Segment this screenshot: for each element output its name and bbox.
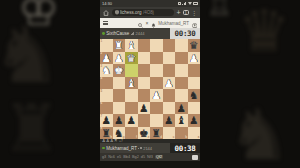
home-icon[interactable] xyxy=(103,10,109,16)
square-h6[interactable]: 6 xyxy=(100,102,113,115)
move-item[interactable]: Nc6 xyxy=(108,155,115,159)
opponent-name[interactable]: SixthCause xyxy=(106,31,129,36)
rank-coordinate: 7 xyxy=(101,115,103,118)
square-c1[interactable] xyxy=(163,39,176,52)
black-pawn-piece: ♟ xyxy=(175,102,188,115)
square-h2[interactable]: ♟2 xyxy=(100,52,113,65)
rank-coordinate: 4 xyxy=(101,77,103,80)
move-list-strip[interactable]: g3Nc6e5Bb4Bg2d5Nf3Qf2 xyxy=(100,153,200,161)
move-item[interactable]: Qf2 xyxy=(155,155,163,159)
rank-coordinate: 3 xyxy=(101,65,103,68)
battery-icon xyxy=(193,2,198,5)
signal-icon xyxy=(138,147,141,150)
player-rating: 2144 xyxy=(143,146,152,151)
square-d6[interactable] xyxy=(150,102,163,115)
square-f6[interactable] xyxy=(125,102,138,115)
opponent-rating: 2444 xyxy=(135,31,144,36)
opponent-player-bar: SixthCause 2444 00:30 xyxy=(100,28,200,39)
backdrop-black-queen-right: ♛ xyxy=(238,2,290,60)
signal-strength-icon xyxy=(182,2,186,6)
header-username[interactable]: Mukhamad_RT xyxy=(158,21,189,26)
square-d8[interactable]: ♜d xyxy=(150,127,163,140)
square-c7[interactable]: ♟ xyxy=(163,114,176,127)
move-item[interactable]: Bb4 xyxy=(123,155,130,159)
black-pawn-piece: ♟ xyxy=(113,114,126,127)
chess-board[interactable]: 1♜♝♛♟2♟♛♟♞3♚4♝♟5♟♞6♟♟♟7♟♟♟♝♟♜8h♞gf♚e♜dcb… xyxy=(100,39,200,139)
rank-coordinate: 1 xyxy=(101,40,103,43)
square-f5[interactable] xyxy=(125,89,138,102)
hamburger-menu-icon[interactable] xyxy=(103,21,108,26)
status-bar: 14:30 xyxy=(100,0,200,7)
square-e8[interactable]: ♚e xyxy=(138,127,151,140)
square-g8[interactable]: ♞g xyxy=(113,127,126,140)
black-queen-piece: ♛ xyxy=(188,39,201,52)
square-h4[interactable]: 4 xyxy=(100,77,113,90)
move-item[interactable]: e5 xyxy=(117,155,121,159)
screenshot-frame: ♔ ♞ ♜ ♛ ♖ ♞ 14:30 lichess.org/4O8j + xyxy=(0,0,300,168)
square-b4[interactable] xyxy=(175,77,188,90)
square-b5[interactable] xyxy=(175,89,188,102)
square-e3[interactable] xyxy=(138,64,151,77)
notification-icon xyxy=(178,2,181,5)
signal-icon xyxy=(131,32,134,35)
site-header: × Mukhamad_RT xyxy=(100,18,200,28)
square-c3[interactable] xyxy=(163,64,176,77)
square-d3[interactable] xyxy=(150,64,163,77)
square-e6[interactable]: ♟ xyxy=(138,102,151,115)
square-g6[interactable] xyxy=(113,102,126,115)
square-h1[interactable]: 1 xyxy=(100,39,113,52)
white-rook-piece: ♜ xyxy=(113,39,126,52)
white-pawn-piece: ♟ xyxy=(163,77,176,90)
square-f4[interactable]: ♝ xyxy=(125,77,138,90)
online-dot xyxy=(102,147,105,150)
black-knight-piece: ♞ xyxy=(188,89,201,102)
white-bishop-piece: ♝ xyxy=(125,39,138,52)
rank-coordinate: 2 xyxy=(101,52,103,55)
square-h8[interactable]: ♜8h xyxy=(100,127,113,140)
square-d2[interactable] xyxy=(150,52,163,65)
status-time: 14:30 xyxy=(102,1,112,6)
backdrop-black-rook-left: ♜ xyxy=(2,96,61,162)
square-g4[interactable] xyxy=(113,77,126,90)
square-e7[interactable] xyxy=(138,114,151,127)
square-g1[interactable]: ♜ xyxy=(113,39,126,52)
square-b8[interactable]: b xyxy=(175,127,188,140)
backdrop-black-knight-left: ♞ xyxy=(0,16,62,94)
square-a8[interactable]: a xyxy=(188,127,201,140)
white-pawn-piece: ♟ xyxy=(150,89,163,102)
square-h7[interactable]: ♟7 xyxy=(100,114,113,127)
square-b7[interactable]: ♝ xyxy=(175,114,188,127)
square-g5[interactable] xyxy=(113,89,126,102)
square-e1[interactable] xyxy=(138,39,151,52)
challenge-icon[interactable]: × xyxy=(145,21,148,26)
square-b3[interactable] xyxy=(175,64,188,77)
square-b2[interactable] xyxy=(175,52,188,65)
backdrop-white-rook-right: ♖ xyxy=(206,0,233,20)
rank-coordinate: 8 xyxy=(101,127,103,130)
square-g7[interactable]: ♟ xyxy=(113,114,126,127)
square-c8[interactable]: c xyxy=(163,127,176,140)
backdrop-white-king: ♔ xyxy=(18,0,59,32)
player-bar: Mukhamad_RT 2144 00:38 xyxy=(100,143,200,153)
square-e4[interactable] xyxy=(138,77,151,90)
move-item[interactable]: d5 xyxy=(141,155,145,159)
square-f8[interactable]: f xyxy=(125,127,138,140)
square-d1[interactable] xyxy=(150,39,163,52)
square-f7[interactable]: ♟ xyxy=(125,114,138,127)
online-dot xyxy=(102,32,105,35)
square-b6[interactable]: ♟ xyxy=(175,102,188,115)
rank-coordinate: 5 xyxy=(101,90,103,93)
square-c5[interactable] xyxy=(163,89,176,102)
square-e2[interactable] xyxy=(138,52,151,65)
site-security-icon xyxy=(115,10,119,15)
square-b1[interactable] xyxy=(175,39,188,52)
player-clock: 00:38 xyxy=(170,143,200,153)
black-bishop-piece: ♝ xyxy=(175,114,188,127)
opponent-clock: 00:30 xyxy=(170,28,200,39)
square-h3[interactable]: ♞3 xyxy=(100,64,113,77)
page-background xyxy=(100,161,200,168)
square-d4[interactable] xyxy=(150,77,163,90)
square-d5[interactable]: ♟ xyxy=(150,89,163,102)
wifi-icon xyxy=(188,2,192,5)
square-c2[interactable] xyxy=(163,52,176,65)
square-a2[interactable]: ♟ xyxy=(188,52,201,65)
square-a3[interactable] xyxy=(188,64,201,77)
move-item[interactable]: Nf3 xyxy=(147,155,153,159)
square-c6[interactable] xyxy=(163,102,176,115)
white-king-piece: ♚ xyxy=(113,64,126,77)
player-name[interactable]: Mukhamad_RT xyxy=(106,146,137,151)
black-pawn-piece: ♟ xyxy=(163,114,176,127)
status-icons xyxy=(178,2,199,6)
file-coordinate: a xyxy=(198,136,200,139)
square-a5[interactable]: ♞ xyxy=(188,89,201,102)
square-a7[interactable]: ♟ xyxy=(188,114,201,127)
square-a6[interactable] xyxy=(188,102,201,115)
square-a4[interactable] xyxy=(188,77,201,90)
square-g2[interactable]: ♟ xyxy=(113,52,126,65)
phone-screen: 14:30 lichess.org/4O8j + 1 ⋮ xyxy=(100,0,200,168)
square-c4[interactable]: ♟ xyxy=(163,77,176,90)
square-e5[interactable] xyxy=(138,89,151,102)
backdrop-black-knight-right: ♞ xyxy=(228,100,291,168)
move-item[interactable]: g3 xyxy=(102,155,106,159)
black-pawn-piece: ♟ xyxy=(125,114,138,127)
square-f2[interactable]: ♛ xyxy=(125,52,138,65)
square-a1[interactable]: ♛ xyxy=(188,39,201,52)
move-item[interactable]: Bg2 xyxy=(132,155,139,159)
square-f3[interactable] xyxy=(125,64,138,77)
rank-coordinate: 6 xyxy=(101,102,103,105)
white-queen-piece: ♛ xyxy=(125,52,138,65)
board-menu-button[interactable] xyxy=(192,155,198,160)
black-pawn-piece: ♟ xyxy=(138,102,151,115)
white-pawn-piece: ♟ xyxy=(188,52,201,65)
square-g3[interactable]: ♚ xyxy=(113,64,126,77)
square-d7[interactable] xyxy=(150,114,163,127)
square-h5[interactable]: 5 xyxy=(100,89,113,102)
black-pawn-piece: ♟ xyxy=(188,114,201,127)
white-pawn-piece: ♟ xyxy=(113,52,126,65)
white-bishop-piece: ♝ xyxy=(125,77,138,90)
square-f1[interactable]: ♝ xyxy=(125,39,138,52)
